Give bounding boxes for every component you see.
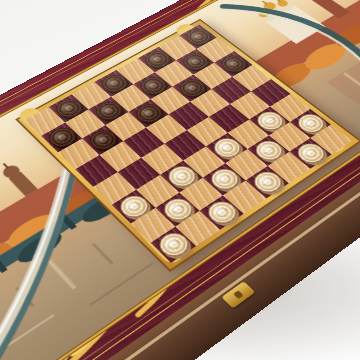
case-clasp-icon[interactable] bbox=[221, 281, 255, 308]
photo-background: ⛂⛂⛂⛂⛂⛂⛂⛂⛂⛂⛂⛂⛀⛀⛀⛀⛀⛀⛀⛀⛀⛀⛀⛀ bbox=[0, 0, 360, 360]
